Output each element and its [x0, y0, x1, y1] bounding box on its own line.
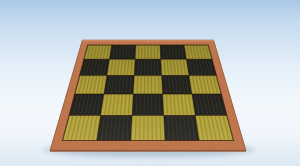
board — [0, 0, 300, 166]
depth-shading — [63, 45, 234, 141]
scene — [0, 0, 300, 166]
